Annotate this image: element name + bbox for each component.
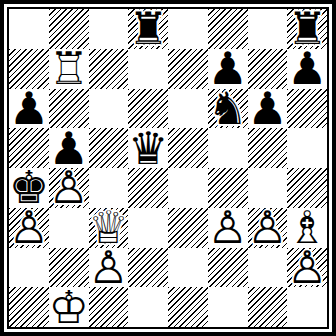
square-d6[interactable]	[128, 89, 168, 129]
white-king: ♔	[49, 287, 89, 327]
square-d5[interactable]: ♛	[128, 128, 168, 168]
white-pawn: ♙	[9, 208, 49, 248]
square-g4[interactable]	[248, 168, 288, 208]
square-d7[interactable]	[128, 49, 168, 89]
square-e5[interactable]	[168, 128, 208, 168]
square-f5[interactable]	[208, 128, 248, 168]
board-inner-frame: ♜♜♜♖♟♟♟♞♟♟♛♚♟♙♟♙♛♕♟♙♟♙♝♗♟♙♟♙♚♔	[7, 7, 329, 329]
square-c1[interactable]	[89, 287, 129, 327]
square-b8[interactable]	[49, 9, 89, 49]
square-c6[interactable]	[89, 89, 129, 129]
square-b1[interactable]: ♚♔	[49, 287, 89, 327]
white-pawn: ♙	[208, 208, 248, 248]
square-a4[interactable]: ♚	[9, 168, 49, 208]
square-a6[interactable]: ♟	[9, 89, 49, 129]
white-pawn-fill: ♟	[89, 248, 129, 288]
black-queen: ♛	[128, 128, 168, 168]
white-king-fill: ♚	[49, 287, 89, 327]
square-g8[interactable]	[248, 9, 288, 49]
square-c8[interactable]	[89, 9, 129, 49]
square-e6[interactable]	[168, 89, 208, 129]
square-a3[interactable]: ♟♙	[9, 208, 49, 248]
white-queen-fill: ♛	[89, 208, 129, 248]
square-h8[interactable]: ♜	[287, 9, 327, 49]
square-a5[interactable]	[9, 128, 49, 168]
board-frame: ♜♜♜♖♟♟♟♞♟♟♛♚♟♙♟♙♛♕♟♙♟♙♝♗♟♙♟♙♚♔	[0, 0, 336, 336]
white-pawn-fill: ♟	[287, 248, 327, 288]
square-d2[interactable]	[128, 248, 168, 288]
square-c3[interactable]: ♛♕	[89, 208, 129, 248]
white-bishop-fill: ♝	[287, 208, 327, 248]
square-d1[interactable]	[128, 287, 168, 327]
square-b4[interactable]: ♟♙	[49, 168, 89, 208]
square-e4[interactable]	[168, 168, 208, 208]
black-pawn: ♟	[208, 49, 248, 89]
square-e8[interactable]	[168, 9, 208, 49]
square-h6[interactable]	[287, 89, 327, 129]
black-rook: ♜	[287, 9, 327, 49]
square-f6[interactable]: ♞	[208, 89, 248, 129]
white-pawn-fill: ♟	[208, 208, 248, 248]
white-pawn-fill: ♟	[9, 208, 49, 248]
square-g3[interactable]: ♟♙	[248, 208, 288, 248]
square-g5[interactable]	[248, 128, 288, 168]
square-a8[interactable]	[9, 9, 49, 49]
white-pawn: ♙	[89, 248, 129, 288]
white-pawn: ♙	[49, 168, 89, 208]
square-f2[interactable]	[208, 248, 248, 288]
white-queen: ♕	[89, 208, 129, 248]
black-rook: ♜	[128, 9, 168, 49]
square-c2[interactable]: ♟♙	[89, 248, 129, 288]
square-c7[interactable]	[89, 49, 129, 89]
black-pawn: ♟	[49, 128, 89, 168]
black-knight: ♞	[208, 89, 248, 129]
square-h7[interactable]: ♟	[287, 49, 327, 89]
square-f8[interactable]	[208, 9, 248, 49]
square-g7[interactable]	[248, 49, 288, 89]
white-rook-fill: ♜	[49, 49, 89, 89]
black-pawn: ♟	[248, 89, 288, 129]
square-h5[interactable]	[287, 128, 327, 168]
square-h4[interactable]	[287, 168, 327, 208]
square-c5[interactable]	[89, 128, 129, 168]
square-f3[interactable]: ♟♙	[208, 208, 248, 248]
square-h3[interactable]: ♝♗	[287, 208, 327, 248]
square-d4[interactable]	[128, 168, 168, 208]
square-b3[interactable]	[49, 208, 89, 248]
square-a7[interactable]	[9, 49, 49, 89]
white-pawn-fill: ♟	[49, 168, 89, 208]
chess-board: ♜♜♜♖♟♟♟♞♟♟♛♚♟♙♟♙♛♕♟♙♟♙♝♗♟♙♟♙♚♔	[9, 9, 327, 327]
square-e2[interactable]	[168, 248, 208, 288]
square-f4[interactable]	[208, 168, 248, 208]
square-a2[interactable]	[9, 248, 49, 288]
square-g2[interactable]	[248, 248, 288, 288]
square-b7[interactable]: ♜♖	[49, 49, 89, 89]
black-pawn: ♟	[9, 89, 49, 129]
white-pawn-fill: ♟	[248, 208, 288, 248]
white-pawn: ♙	[248, 208, 288, 248]
black-king: ♚	[9, 168, 49, 208]
white-rook: ♖	[49, 49, 89, 89]
square-b6[interactable]	[49, 89, 89, 129]
square-h1[interactable]	[287, 287, 327, 327]
square-a1[interactable]	[9, 287, 49, 327]
square-b5[interactable]: ♟	[49, 128, 89, 168]
white-pawn: ♙	[287, 248, 327, 288]
square-h2[interactable]: ♟♙	[287, 248, 327, 288]
square-b2[interactable]	[49, 248, 89, 288]
square-d3[interactable]	[128, 208, 168, 248]
square-g1[interactable]	[248, 287, 288, 327]
square-g6[interactable]: ♟	[248, 89, 288, 129]
square-f1[interactable]	[208, 287, 248, 327]
white-bishop: ♗	[287, 208, 327, 248]
black-pawn: ♟	[287, 49, 327, 89]
square-d8[interactable]: ♜	[128, 9, 168, 49]
square-e7[interactable]	[168, 49, 208, 89]
square-e1[interactable]	[168, 287, 208, 327]
square-e3[interactable]	[168, 208, 208, 248]
square-c4[interactable]	[89, 168, 129, 208]
square-f7[interactable]: ♟	[208, 49, 248, 89]
